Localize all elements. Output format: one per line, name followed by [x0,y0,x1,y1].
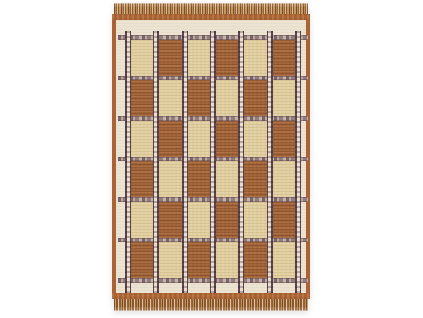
rug-field [112,20,310,293]
board-cell-cream [159,161,181,197]
board-cell-cream [159,242,181,278]
board-cell-brown [273,202,295,238]
grid-vertical-line [153,31,159,293]
fringe-top [114,3,308,14]
grid-vertical-line [210,31,216,293]
board-cell-cream [188,202,210,238]
board-cell-cream [131,202,153,238]
board-cell-brown [244,161,266,197]
board-cell-cream [273,80,295,116]
board-cell-brown [188,161,210,197]
board-cell-brown [131,80,153,116]
board-cell-brown [244,242,266,278]
grid-vertical-line [182,31,188,293]
board-cell-brown [131,242,153,278]
board-cell-cream [216,80,238,116]
board-cell-brown [131,161,153,197]
board-cell-cream [188,40,210,76]
fringe-bottom [114,299,308,311]
board-cell-cream [273,161,295,197]
board-cell-cream [244,40,266,76]
rug-photo [112,3,310,311]
board-cell-brown [216,40,238,76]
grid-vertical-line [125,31,131,293]
board-cell-brown [244,80,266,116]
board-cell-brown [188,242,210,278]
board-cell-brown [188,80,210,116]
grid-vertical-line [238,31,244,293]
board-cell-cream [188,121,210,157]
board-cell-cream [244,202,266,238]
board-cell-cream [131,40,153,76]
board-cell-cream [131,121,153,157]
grid-wrap [125,31,301,293]
board-cell-cream [216,161,238,197]
grid-vertical-line [295,31,301,293]
board-cell-cream [273,242,295,278]
board-cell-brown [159,121,181,157]
product-photo-canvas [0,0,423,318]
grid-vertical-line [267,31,273,293]
board-cell-brown [273,121,295,157]
board-cell-brown [216,202,238,238]
board-cell-brown [159,40,181,76]
board-cell-brown [216,121,238,157]
board-cell-cream [216,242,238,278]
board-cell-cream [244,121,266,157]
board-cell-brown [159,202,181,238]
board-cell-cream [159,80,181,116]
board-cell-brown [273,40,295,76]
